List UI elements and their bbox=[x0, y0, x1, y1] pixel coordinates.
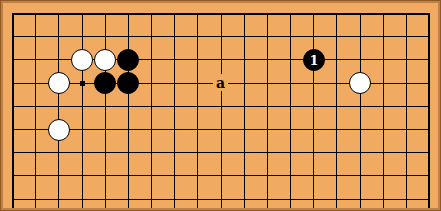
grid-line-vertical bbox=[58, 13, 59, 208]
grid-line-vertical bbox=[174, 13, 175, 208]
move-1-stone: 1 bbox=[303, 49, 325, 71]
grid-line-horizontal bbox=[12, 129, 430, 130]
grid-line-vertical bbox=[244, 13, 245, 208]
white-stone bbox=[71, 49, 93, 71]
grid-line-horizontal bbox=[12, 106, 430, 107]
black-stone bbox=[94, 72, 116, 94]
grid-line-vertical bbox=[197, 13, 198, 208]
grid-line-vertical bbox=[290, 13, 291, 208]
white-stone bbox=[48, 72, 70, 94]
grid-line-vertical bbox=[336, 13, 337, 208]
grid-line-vertical bbox=[428, 13, 430, 208]
grid-line-vertical bbox=[151, 13, 152, 208]
grid-line-horizontal bbox=[12, 152, 430, 153]
go-board-diagram: a1 bbox=[0, 0, 441, 211]
grid-line-vertical bbox=[35, 13, 36, 208]
grid-line-vertical bbox=[12, 13, 14, 208]
grid-line-vertical bbox=[313, 13, 314, 208]
grid-line-vertical bbox=[267, 13, 268, 208]
white-stone bbox=[48, 119, 70, 141]
grid-line-horizontal bbox=[12, 175, 430, 176]
white-stone bbox=[94, 49, 116, 71]
grid-line-vertical bbox=[221, 13, 222, 208]
grid-line-vertical bbox=[406, 13, 407, 208]
grid-line-vertical bbox=[360, 13, 361, 208]
grid-line-vertical bbox=[82, 13, 83, 208]
grid-line-horizontal bbox=[12, 36, 430, 37]
move-number-label: 1 bbox=[309, 53, 318, 66]
grid-line-horizontal bbox=[12, 199, 430, 200]
hoshi-marker bbox=[80, 81, 85, 86]
grid-line-vertical bbox=[383, 13, 384, 208]
point-label-a: a bbox=[213, 74, 228, 91]
grid-line-vertical bbox=[105, 13, 106, 208]
grid-line-vertical bbox=[128, 13, 129, 208]
black-stone bbox=[117, 72, 139, 94]
white-stone bbox=[349, 72, 371, 94]
grid-line-horizontal bbox=[12, 13, 430, 15]
black-stone bbox=[117, 49, 139, 71]
